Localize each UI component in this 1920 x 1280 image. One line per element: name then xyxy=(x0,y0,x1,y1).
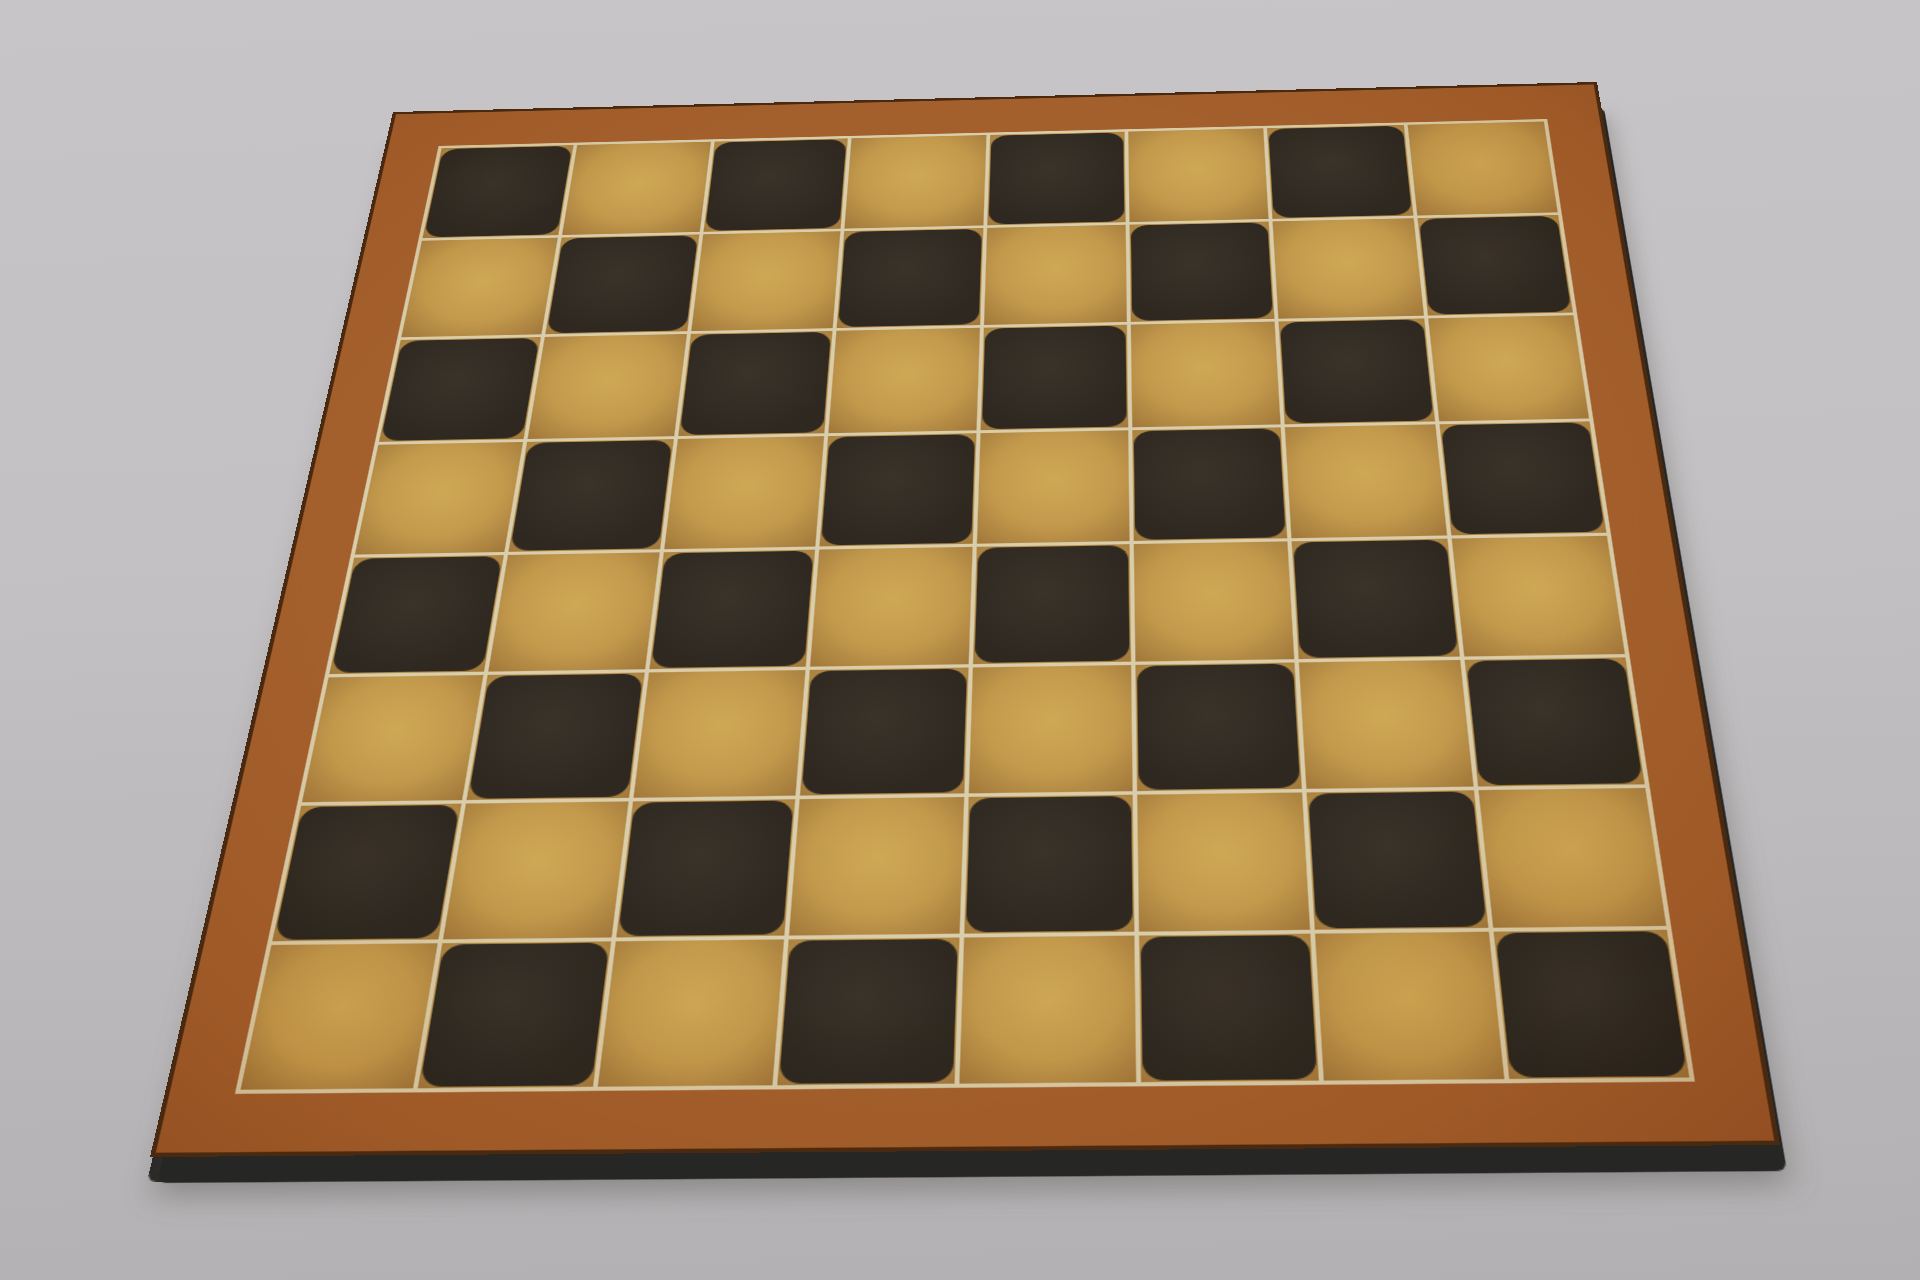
square-f8[interactable] xyxy=(1128,128,1269,222)
square-c4[interactable] xyxy=(649,549,815,669)
square-a3[interactable] xyxy=(302,675,484,803)
square-d2[interactable] xyxy=(789,797,963,935)
square-b2[interactable] xyxy=(444,802,629,939)
square-a5[interactable] xyxy=(355,442,524,554)
square-a4[interactable] xyxy=(329,555,504,674)
square-d6[interactable] xyxy=(829,328,980,434)
dark-leather-patch xyxy=(547,236,698,333)
square-e8[interactable] xyxy=(987,132,1126,226)
square-e1[interactable] xyxy=(959,935,1136,1084)
dark-leather-patch xyxy=(420,942,609,1087)
board-grid xyxy=(235,119,1695,1094)
dark-leather-patch xyxy=(380,338,540,441)
square-h6[interactable] xyxy=(1428,315,1589,421)
square-d5[interactable] xyxy=(820,433,976,546)
square-d8[interactable] xyxy=(845,135,986,229)
square-a7[interactable] xyxy=(401,238,558,337)
square-f7[interactable] xyxy=(1129,222,1274,322)
square-c2[interactable] xyxy=(616,799,795,936)
square-b7[interactable] xyxy=(546,235,699,334)
dark-leather-patch xyxy=(424,146,573,238)
square-d4[interactable] xyxy=(810,546,972,666)
square-e5[interactable] xyxy=(976,430,1129,543)
dark-leather-patch xyxy=(331,556,503,673)
square-h3[interactable] xyxy=(1464,657,1645,787)
square-h5[interactable] xyxy=(1439,421,1606,534)
square-h2[interactable] xyxy=(1478,788,1666,927)
dark-leather-patch xyxy=(1137,663,1301,790)
square-b1[interactable] xyxy=(418,941,610,1088)
square-g1[interactable] xyxy=(1315,931,1503,1080)
square-g4[interactable] xyxy=(1292,538,1459,659)
square-c1[interactable] xyxy=(597,939,784,1087)
dark-leather-patch xyxy=(651,550,814,668)
square-d1[interactable] xyxy=(777,937,958,1085)
dark-leather-patch xyxy=(1133,428,1286,539)
photo-backdrop xyxy=(0,0,1920,1280)
square-d7[interactable] xyxy=(837,228,983,328)
dark-leather-patch xyxy=(1269,126,1412,219)
dark-leather-patch xyxy=(469,673,643,799)
square-h8[interactable] xyxy=(1407,121,1558,215)
square-e6[interactable] xyxy=(980,324,1128,430)
square-a1[interactable] xyxy=(240,943,438,1090)
square-d3[interactable] xyxy=(800,667,968,796)
dark-leather-patch xyxy=(1495,931,1688,1078)
square-g5[interactable] xyxy=(1285,424,1446,537)
dark-leather-patch xyxy=(1293,539,1457,658)
square-h4[interactable] xyxy=(1451,535,1625,656)
square-c8[interactable] xyxy=(703,138,848,232)
dark-leather-patch xyxy=(1466,658,1643,785)
square-h7[interactable] xyxy=(1417,215,1573,315)
square-b8[interactable] xyxy=(562,142,710,236)
dark-leather-patch xyxy=(981,325,1126,429)
dark-leather-patch xyxy=(1280,319,1433,423)
square-g3[interactable] xyxy=(1299,660,1473,789)
square-f3[interactable] xyxy=(1135,662,1302,791)
square-c5[interactable] xyxy=(664,436,824,548)
square-e4[interactable] xyxy=(972,544,1131,664)
square-f4[interactable] xyxy=(1134,541,1295,662)
dark-leather-patch xyxy=(779,938,957,1083)
square-b6[interactable] xyxy=(528,334,687,439)
square-b4[interactable] xyxy=(489,552,660,672)
dark-leather-patch xyxy=(511,440,673,550)
square-g2[interactable] xyxy=(1307,791,1488,930)
square-c7[interactable] xyxy=(691,232,841,331)
square-c6[interactable] xyxy=(678,331,833,437)
square-a6[interactable] xyxy=(379,337,542,442)
square-f1[interactable] xyxy=(1139,933,1319,1082)
square-e7[interactable] xyxy=(983,225,1126,325)
square-c3[interactable] xyxy=(633,670,806,798)
dark-leather-patch xyxy=(1440,422,1604,533)
square-h1[interactable] xyxy=(1493,929,1689,1079)
dark-leather-patch xyxy=(274,805,460,939)
dark-leather-patch xyxy=(1309,792,1487,928)
dark-leather-patch xyxy=(618,801,794,936)
square-b3[interactable] xyxy=(467,672,644,800)
square-e3[interactable] xyxy=(968,665,1132,794)
square-e2[interactable] xyxy=(963,795,1134,933)
square-b5[interactable] xyxy=(509,439,673,551)
square-g6[interactable] xyxy=(1279,318,1435,424)
dark-leather-patch xyxy=(802,669,967,795)
dark-leather-patch xyxy=(965,796,1133,932)
dark-leather-patch xyxy=(821,434,974,545)
square-f2[interactable] xyxy=(1137,793,1310,931)
square-f6[interactable] xyxy=(1131,321,1281,427)
dark-leather-patch xyxy=(1418,216,1571,314)
square-a2[interactable] xyxy=(272,804,462,941)
square-g7[interactable] xyxy=(1273,219,1424,319)
dark-leather-patch xyxy=(1131,223,1274,321)
dark-leather-patch xyxy=(838,229,981,327)
square-f5[interactable] xyxy=(1132,427,1287,540)
square-g8[interactable] xyxy=(1267,125,1413,219)
dark-leather-patch xyxy=(679,332,831,436)
dark-leather-patch xyxy=(704,139,846,231)
dark-leather-patch xyxy=(988,132,1124,224)
chess-board xyxy=(150,82,1780,1157)
dark-leather-patch xyxy=(974,545,1130,663)
square-a8[interactable] xyxy=(422,145,574,238)
dark-leather-patch xyxy=(1140,934,1317,1080)
